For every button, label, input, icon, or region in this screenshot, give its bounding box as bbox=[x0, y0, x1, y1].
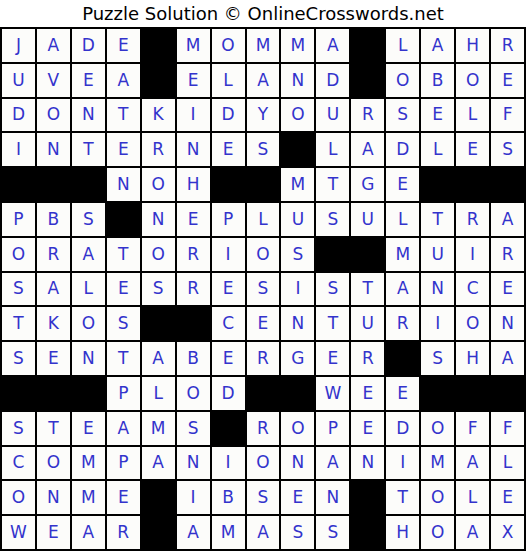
letter-cell: N bbox=[421, 273, 454, 306]
letter-cell: M bbox=[386, 238, 419, 271]
letter-cell: A bbox=[107, 412, 140, 445]
letter-cell: R bbox=[491, 29, 524, 62]
letter-cell: S bbox=[107, 307, 140, 340]
letter-cell: R bbox=[107, 516, 140, 549]
letter-cell: I bbox=[456, 238, 489, 271]
letter-cell: U bbox=[316, 99, 349, 132]
letter-cell: S bbox=[2, 273, 35, 306]
block-cell bbox=[351, 481, 384, 514]
block-cell bbox=[142, 29, 175, 62]
letter-cell: I bbox=[212, 238, 245, 271]
letter-cell: C bbox=[456, 273, 489, 306]
block-cell bbox=[421, 377, 454, 410]
letter-cell: R bbox=[142, 133, 175, 166]
letter-cell: O bbox=[386, 64, 419, 97]
letter-cell: N bbox=[281, 64, 314, 97]
letter-cell: O bbox=[2, 238, 35, 271]
letter-cell: O bbox=[72, 307, 105, 340]
letter-cell: O bbox=[142, 238, 175, 271]
block-cell bbox=[491, 168, 524, 201]
letter-cell: A bbox=[142, 447, 175, 480]
letter-cell: T bbox=[386, 481, 419, 514]
block-cell bbox=[351, 516, 384, 549]
letter-cell: A bbox=[107, 64, 140, 97]
letter-cell: A bbox=[421, 29, 454, 62]
block-cell bbox=[177, 307, 210, 340]
letter-cell: F bbox=[491, 412, 524, 445]
letter-cell: R bbox=[351, 342, 384, 375]
block-cell bbox=[281, 133, 314, 166]
letter-cell: A bbox=[456, 447, 489, 480]
block-cell bbox=[351, 238, 384, 271]
letter-cell: E bbox=[491, 481, 524, 514]
letter-cell: H bbox=[177, 168, 210, 201]
letter-cell: S bbox=[247, 133, 280, 166]
letter-cell: E bbox=[212, 133, 245, 166]
letter-cell: O bbox=[456, 64, 489, 97]
letter-cell: I bbox=[386, 447, 419, 480]
letter-cell: M bbox=[281, 29, 314, 62]
letter-cell: N bbox=[72, 99, 105, 132]
letter-cell: L bbox=[421, 133, 454, 166]
letter-cell: D bbox=[72, 29, 105, 62]
letter-cell: M bbox=[142, 412, 175, 445]
letter-cell: E bbox=[456, 133, 489, 166]
letter-cell: O bbox=[421, 481, 454, 514]
crossword-grid: JADEMOMMALAHRUVEAELANDOBOEDONTKIDYOURSEL… bbox=[0, 27, 526, 551]
letter-cell: E bbox=[281, 481, 314, 514]
letter-cell: E bbox=[177, 64, 210, 97]
letter-cell: H bbox=[386, 516, 419, 549]
letter-cell: S bbox=[177, 412, 210, 445]
letter-cell: F bbox=[456, 412, 489, 445]
letter-cell: L bbox=[72, 273, 105, 306]
letter-cell: A bbox=[316, 29, 349, 62]
letter-cell: S bbox=[316, 516, 349, 549]
letter-cell: E bbox=[421, 99, 454, 132]
letter-cell: T bbox=[421, 203, 454, 236]
letter-cell: R bbox=[247, 342, 280, 375]
letter-cell: T bbox=[316, 307, 349, 340]
letter-cell: X bbox=[491, 516, 524, 549]
letter-cell: N bbox=[491, 307, 524, 340]
letter-cell: N bbox=[281, 307, 314, 340]
letter-cell: K bbox=[37, 307, 70, 340]
letter-cell: A bbox=[386, 273, 419, 306]
letter-cell: O bbox=[37, 99, 70, 132]
letter-cell: N bbox=[107, 168, 140, 201]
block-cell bbox=[456, 168, 489, 201]
letter-cell: P bbox=[107, 447, 140, 480]
letter-cell: T bbox=[107, 99, 140, 132]
letter-cell: O bbox=[281, 412, 314, 445]
letter-cell: S bbox=[2, 412, 35, 445]
letter-cell: A bbox=[456, 516, 489, 549]
letter-cell: R bbox=[177, 273, 210, 306]
letter-cell: I bbox=[2, 133, 35, 166]
block-cell bbox=[212, 168, 245, 201]
letter-cell: W bbox=[316, 377, 349, 410]
letter-cell: N bbox=[316, 481, 349, 514]
letter-cell: L bbox=[316, 133, 349, 166]
letter-cell: R bbox=[386, 307, 419, 340]
letter-cell: A bbox=[72, 516, 105, 549]
letter-cell: S bbox=[386, 99, 419, 132]
block-cell bbox=[281, 377, 314, 410]
letter-cell: N bbox=[37, 133, 70, 166]
letter-cell: G bbox=[351, 168, 384, 201]
block-cell bbox=[142, 516, 175, 549]
letter-cell: I bbox=[421, 307, 454, 340]
letter-cell: P bbox=[316, 412, 349, 445]
letter-cell: B bbox=[212, 481, 245, 514]
block-cell bbox=[37, 377, 70, 410]
letter-cell: E bbox=[386, 377, 419, 410]
letter-cell: N bbox=[37, 481, 70, 514]
block-cell bbox=[247, 168, 280, 201]
letter-cell: U bbox=[2, 64, 35, 97]
letter-cell: A bbox=[37, 273, 70, 306]
block-cell bbox=[37, 168, 70, 201]
letter-cell: A bbox=[177, 516, 210, 549]
letter-cell: O bbox=[456, 307, 489, 340]
letter-cell: N bbox=[177, 447, 210, 480]
block-cell bbox=[142, 307, 175, 340]
letter-cell: B bbox=[177, 342, 210, 375]
letter-cell: R bbox=[456, 203, 489, 236]
letter-cell: N bbox=[72, 342, 105, 375]
block-cell bbox=[107, 203, 140, 236]
letter-cell: S bbox=[142, 273, 175, 306]
letter-cell: U bbox=[351, 203, 384, 236]
letter-cell: M bbox=[281, 168, 314, 201]
letter-cell: E bbox=[491, 64, 524, 97]
letter-cell: O bbox=[247, 238, 280, 271]
letter-cell: W bbox=[2, 516, 35, 549]
letter-cell: S bbox=[316, 273, 349, 306]
letter-cell: T bbox=[2, 307, 35, 340]
block-cell bbox=[72, 168, 105, 201]
letter-cell: A bbox=[142, 342, 175, 375]
letter-cell: E bbox=[316, 342, 349, 375]
letter-cell: T bbox=[37, 412, 70, 445]
letter-cell: S bbox=[316, 203, 349, 236]
letter-cell: T bbox=[107, 342, 140, 375]
letter-cell: A bbox=[491, 203, 524, 236]
letter-cell: U bbox=[421, 238, 454, 271]
letter-cell: E bbox=[107, 29, 140, 62]
letter-cell: D bbox=[212, 99, 245, 132]
letter-cell: M bbox=[212, 516, 245, 549]
letter-cell: L bbox=[491, 447, 524, 480]
letter-cell: E bbox=[177, 203, 210, 236]
letter-cell: T bbox=[107, 238, 140, 271]
block-cell bbox=[421, 168, 454, 201]
block-cell bbox=[386, 342, 419, 375]
letter-cell: B bbox=[37, 203, 70, 236]
letter-cell: M bbox=[421, 447, 454, 480]
letter-cell: N bbox=[351, 447, 384, 480]
letter-cell: O bbox=[421, 516, 454, 549]
letter-cell: E bbox=[386, 168, 419, 201]
letter-cell: E bbox=[107, 133, 140, 166]
block-cell bbox=[491, 377, 524, 410]
letter-cell: U bbox=[351, 307, 384, 340]
letter-cell: L bbox=[142, 377, 175, 410]
block-cell bbox=[247, 377, 280, 410]
block-cell bbox=[212, 412, 245, 445]
letter-cell: E bbox=[37, 342, 70, 375]
letter-cell: P bbox=[212, 203, 245, 236]
letter-cell: S bbox=[281, 516, 314, 549]
letter-cell: O bbox=[37, 447, 70, 480]
block-cell bbox=[316, 238, 349, 271]
letter-cell: Y bbox=[247, 99, 280, 132]
letter-cell: R bbox=[177, 238, 210, 271]
block-cell bbox=[2, 168, 35, 201]
letter-cell: E bbox=[107, 481, 140, 514]
letter-cell: S bbox=[281, 238, 314, 271]
letter-cell: I bbox=[212, 447, 245, 480]
letter-cell: I bbox=[281, 273, 314, 306]
letter-cell: O bbox=[212, 29, 245, 62]
letter-cell: S bbox=[247, 481, 280, 514]
letter-cell: M bbox=[72, 481, 105, 514]
block-cell bbox=[72, 377, 105, 410]
letter-cell: J bbox=[2, 29, 35, 62]
letter-cell: E bbox=[72, 64, 105, 97]
letter-cell: P bbox=[2, 203, 35, 236]
letter-cell: T bbox=[351, 273, 384, 306]
letter-cell: E bbox=[37, 516, 70, 549]
letter-cell: M bbox=[72, 447, 105, 480]
letter-cell: P bbox=[107, 377, 140, 410]
letter-cell: T bbox=[72, 133, 105, 166]
letter-cell: A bbox=[247, 516, 280, 549]
block-cell bbox=[142, 481, 175, 514]
letter-cell: A bbox=[72, 238, 105, 271]
letter-cell: O bbox=[177, 377, 210, 410]
letter-cell: D bbox=[2, 99, 35, 132]
letter-cell: A bbox=[491, 342, 524, 375]
letter-cell: A bbox=[247, 64, 280, 97]
letter-cell: L bbox=[247, 203, 280, 236]
letter-cell: L bbox=[456, 99, 489, 132]
letter-cell: E bbox=[212, 273, 245, 306]
letter-cell: A bbox=[316, 447, 349, 480]
block-cell bbox=[456, 377, 489, 410]
puzzle-solution-page: Puzzle Solution © OnlineCrosswords.net J… bbox=[0, 0, 526, 551]
letter-cell: M bbox=[177, 29, 210, 62]
block-cell bbox=[351, 64, 384, 97]
letter-cell: R bbox=[37, 238, 70, 271]
letter-cell: L bbox=[212, 64, 245, 97]
letter-cell: U bbox=[281, 203, 314, 236]
letter-cell: D bbox=[386, 133, 419, 166]
letter-cell: G bbox=[281, 342, 314, 375]
letter-cell: M bbox=[247, 29, 280, 62]
letter-cell: N bbox=[177, 133, 210, 166]
letter-cell: A bbox=[37, 29, 70, 62]
letter-cell: S bbox=[491, 133, 524, 166]
letter-cell: C bbox=[2, 447, 35, 480]
letter-cell: H bbox=[456, 342, 489, 375]
letter-cell: L bbox=[386, 29, 419, 62]
letter-cell: E bbox=[72, 412, 105, 445]
letter-cell: L bbox=[456, 481, 489, 514]
letter-cell: D bbox=[386, 412, 419, 445]
block-cell bbox=[2, 377, 35, 410]
letter-cell: E bbox=[491, 273, 524, 306]
letter-cell: O bbox=[142, 168, 175, 201]
letter-cell: R bbox=[351, 99, 384, 132]
letter-cell: O bbox=[2, 481, 35, 514]
letter-cell: I bbox=[177, 99, 210, 132]
letter-cell: F bbox=[491, 99, 524, 132]
letter-cell: S bbox=[421, 342, 454, 375]
letter-cell: R bbox=[491, 238, 524, 271]
letter-cell: D bbox=[212, 377, 245, 410]
letter-cell: S bbox=[72, 203, 105, 236]
page-title: Puzzle Solution © OnlineCrosswords.net bbox=[0, 0, 526, 27]
letter-cell: C bbox=[212, 307, 245, 340]
letter-cell: L bbox=[386, 203, 419, 236]
letter-cell: A bbox=[351, 133, 384, 166]
letter-cell: E bbox=[247, 307, 280, 340]
block-cell bbox=[142, 64, 175, 97]
letter-cell: I bbox=[177, 481, 210, 514]
letter-cell: S bbox=[247, 273, 280, 306]
letter-cell: K bbox=[142, 99, 175, 132]
letter-cell: N bbox=[142, 203, 175, 236]
letter-cell: B bbox=[421, 64, 454, 97]
letter-cell: R bbox=[247, 412, 280, 445]
letter-cell: V bbox=[37, 64, 70, 97]
block-cell bbox=[351, 29, 384, 62]
letter-cell: E bbox=[212, 342, 245, 375]
letter-cell: D bbox=[316, 64, 349, 97]
letter-cell: S bbox=[2, 342, 35, 375]
letter-cell: O bbox=[421, 412, 454, 445]
letter-cell: E bbox=[351, 412, 384, 445]
letter-cell: T bbox=[316, 168, 349, 201]
letter-cell: E bbox=[351, 377, 384, 410]
letter-cell: O bbox=[247, 447, 280, 480]
letter-cell: O bbox=[281, 99, 314, 132]
letter-cell: H bbox=[456, 29, 489, 62]
letter-cell: E bbox=[107, 273, 140, 306]
letter-cell: N bbox=[281, 447, 314, 480]
